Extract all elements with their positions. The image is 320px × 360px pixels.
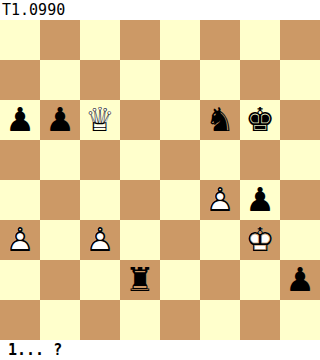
square-c8[interactable] (80, 20, 120, 60)
black-rook-piece: ♜ (125, 260, 155, 300)
black-pawn-piece: ♟ (5, 100, 35, 140)
square-b5[interactable] (40, 140, 80, 180)
square-a2[interactable] (0, 260, 40, 300)
square-e7[interactable] (160, 60, 200, 100)
square-e8[interactable] (160, 20, 200, 60)
square-d4[interactable] (120, 180, 160, 220)
square-a3[interactable]: ♟♙ (0, 220, 40, 260)
square-c7[interactable] (80, 60, 120, 100)
square-b8[interactable] (40, 20, 80, 60)
square-g4[interactable]: ♟ (240, 180, 280, 220)
square-h8[interactable] (280, 20, 320, 60)
square-a5[interactable] (0, 140, 40, 180)
black-pawn-piece: ♟ (245, 180, 275, 220)
square-f1[interactable] (200, 300, 240, 340)
move-prompt: 1... ? (0, 340, 320, 360)
square-g5[interactable] (240, 140, 280, 180)
square-c4[interactable] (80, 180, 120, 220)
square-b4[interactable] (40, 180, 80, 220)
black-pawn-piece: ♟ (285, 260, 315, 300)
square-d6[interactable] (120, 100, 160, 140)
square-h7[interactable] (280, 60, 320, 100)
chess-board: ♟♟♛♕♞♚♟♙♟♟♙♟♙♚♔♜♟ (0, 20, 320, 340)
square-b2[interactable] (40, 260, 80, 300)
square-d3[interactable] (120, 220, 160, 260)
black-knight-piece: ♞ (205, 100, 235, 140)
square-h4[interactable] (280, 180, 320, 220)
square-b3[interactable] (40, 220, 80, 260)
square-e6[interactable] (160, 100, 200, 140)
square-h5[interactable] (280, 140, 320, 180)
square-a8[interactable] (0, 20, 40, 60)
square-d5[interactable] (120, 140, 160, 180)
square-h3[interactable] (280, 220, 320, 260)
square-g2[interactable] (240, 260, 280, 300)
square-a6[interactable]: ♟ (0, 100, 40, 140)
white-queen-piece: ♛♕ (85, 100, 115, 140)
square-c5[interactable] (80, 140, 120, 180)
square-e2[interactable] (160, 260, 200, 300)
square-f6[interactable]: ♞ (200, 100, 240, 140)
square-d8[interactable] (120, 20, 160, 60)
square-e4[interactable] (160, 180, 200, 220)
square-h1[interactable] (280, 300, 320, 340)
square-d7[interactable] (120, 60, 160, 100)
white-pawn-piece: ♟♙ (5, 220, 35, 260)
black-king-piece: ♚ (245, 100, 275, 140)
puzzle-title: T1.0990 (0, 0, 320, 20)
square-f3[interactable] (200, 220, 240, 260)
square-e3[interactable] (160, 220, 200, 260)
square-b1[interactable] (40, 300, 80, 340)
square-c6[interactable]: ♛♕ (80, 100, 120, 140)
square-h2[interactable]: ♟ (280, 260, 320, 300)
square-f2[interactable] (200, 260, 240, 300)
square-g7[interactable] (240, 60, 280, 100)
square-b7[interactable] (40, 60, 80, 100)
square-f4[interactable]: ♟♙ (200, 180, 240, 220)
square-a1[interactable] (0, 300, 40, 340)
square-h6[interactable] (280, 100, 320, 140)
square-d2[interactable]: ♜ (120, 260, 160, 300)
white-pawn-piece: ♟♙ (205, 180, 235, 220)
square-e1[interactable] (160, 300, 200, 340)
square-g8[interactable] (240, 20, 280, 60)
square-g3[interactable]: ♚♔ (240, 220, 280, 260)
square-f8[interactable] (200, 20, 240, 60)
square-e5[interactable] (160, 140, 200, 180)
square-b6[interactable]: ♟ (40, 100, 80, 140)
black-pawn-piece: ♟ (45, 100, 75, 140)
square-g6[interactable]: ♚ (240, 100, 280, 140)
square-g1[interactable] (240, 300, 280, 340)
square-f7[interactable] (200, 60, 240, 100)
square-f5[interactable] (200, 140, 240, 180)
square-c2[interactable] (80, 260, 120, 300)
white-pawn-piece: ♟♙ (85, 220, 115, 260)
square-d1[interactable] (120, 300, 160, 340)
white-king-piece: ♚♔ (245, 220, 275, 260)
square-c1[interactable] (80, 300, 120, 340)
square-a7[interactable] (0, 60, 40, 100)
square-c3[interactable]: ♟♙ (80, 220, 120, 260)
square-a4[interactable] (0, 180, 40, 220)
